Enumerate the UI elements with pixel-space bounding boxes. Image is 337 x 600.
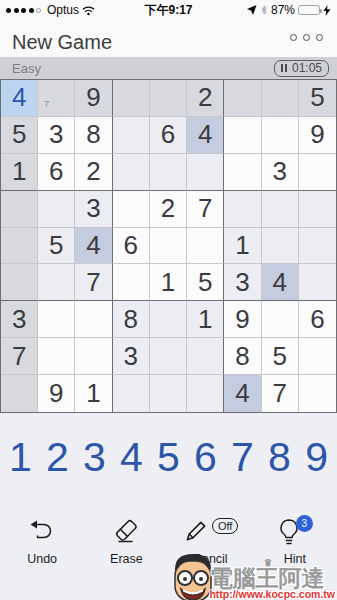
given-digit: 4	[235, 378, 249, 409]
given-digit: 7	[86, 267, 100, 298]
cell-r3c1[interactable]: 1	[1, 154, 38, 191]
options-menu-button[interactable]	[290, 34, 323, 41]
status-time: 下午9:17	[0, 2, 337, 19]
given-digit: 9	[49, 378, 63, 409]
cell-r1c2[interactable]: 7	[38, 80, 75, 117]
cell-r1c9[interactable]: 5	[299, 80, 336, 117]
user-digit: 4	[12, 82, 26, 113]
cell-r3c6[interactable]	[187, 154, 224, 191]
cell-r9c2[interactable]: 9	[38, 375, 75, 412]
battery-icon	[298, 5, 320, 15]
pause-icon	[281, 64, 287, 72]
cell-r6c1[interactable]	[1, 264, 38, 301]
numpad-7[interactable]: 7	[231, 437, 254, 478]
cell-r8c3[interactable]	[75, 338, 112, 375]
given-digit: 3	[49, 119, 63, 150]
erase-icon	[112, 518, 140, 545]
given-digit: 8	[235, 341, 249, 372]
cell-r9c8[interactable]: 7	[262, 375, 299, 412]
cell-r7c5[interactable]	[150, 301, 187, 338]
cell-r7c8[interactable]	[262, 301, 299, 338]
cell-r5c2[interactable]: 5	[38, 228, 75, 265]
cell-r9c7[interactable]: 4	[224, 375, 261, 412]
given-digit: 9	[235, 304, 249, 335]
cell-r9c9[interactable]	[299, 375, 336, 412]
cell-r5c3[interactable]: 4	[75, 228, 112, 265]
given-digit: 1	[12, 156, 26, 187]
hint-count-badge: 3	[296, 515, 313, 532]
cell-r7c7[interactable]: 9	[224, 301, 261, 338]
given-digit: 5	[272, 341, 286, 372]
given-digit: 1	[198, 304, 212, 335]
cell-r9c5[interactable]	[150, 375, 187, 412]
nav-bar: New Game	[0, 20, 337, 57]
cell-r2c6[interactable]: 4	[187, 117, 224, 154]
undo-icon	[28, 518, 56, 542]
pencil-icon	[183, 518, 209, 544]
undo-label: Undo	[27, 552, 57, 566]
cell-r5c5[interactable]	[150, 228, 187, 265]
site-watermark: ♛ 電腦王阿達 http://www.kocpc.com.tw	[168, 551, 335, 600]
cell-r1c3[interactable]: 9	[75, 80, 112, 117]
cell-r4c9[interactable]	[299, 191, 336, 228]
cell-r1c5[interactable]	[150, 80, 187, 117]
given-digit: 2	[161, 193, 175, 224]
cell-r2c4[interactable]	[113, 117, 150, 154]
given-digit: 8	[124, 304, 138, 335]
cell-r1c6[interactable]: 2	[187, 80, 224, 117]
cell-r6c5[interactable]: 1	[150, 264, 187, 301]
cell-r2c3[interactable]: 8	[75, 117, 112, 154]
cell-r3c5[interactable]	[150, 154, 187, 191]
cell-r4c4[interactable]	[113, 191, 150, 228]
given-digit: 7	[272, 378, 286, 409]
page-title: New Game	[12, 31, 112, 54]
cell-r2c8[interactable]	[262, 117, 299, 154]
cell-r3c4[interactable]	[113, 154, 150, 191]
cell-r5c7[interactable]: 1	[224, 228, 261, 265]
cell-r5c8[interactable]	[262, 228, 299, 265]
cell-r8c6[interactable]	[187, 338, 224, 375]
difficulty-label: Easy	[12, 61, 41, 76]
given-digit: 6	[49, 156, 63, 187]
cell-r7c4[interactable]: 8	[113, 301, 150, 338]
erase-label: Erase	[110, 552, 143, 566]
given-digit: 3	[86, 193, 100, 224]
given-digit: 8	[86, 119, 100, 150]
cell-r1c1[interactable]: 4	[1, 80, 38, 117]
given-digit: 4	[272, 267, 286, 298]
timer-value: 01:05	[292, 61, 322, 75]
cell-r8c2[interactable]	[38, 338, 75, 375]
given-digit: 6	[310, 304, 324, 335]
cell-r6c7[interactable]: 3	[224, 264, 261, 301]
given-digit: 2	[86, 156, 100, 187]
numpad-8[interactable]: 8	[268, 437, 291, 478]
cell-r5c4[interactable]: 6	[113, 228, 150, 265]
erase-button[interactable]: Erase	[84, 518, 168, 566]
cell-r6c8[interactable]: 4	[262, 264, 299, 301]
cell-r8c8[interactable]: 5	[262, 338, 299, 375]
given-digit: 5	[12, 119, 26, 150]
cell-r9c3[interactable]: 1	[75, 375, 112, 412]
watermark-title: ♛ 電腦王阿達	[209, 566, 324, 591]
cell-r7c2[interactable]	[38, 301, 75, 338]
cell-r6c9[interactable]	[299, 264, 336, 301]
given-digit: 5	[310, 82, 324, 113]
cell-r1c4[interactable]	[113, 80, 150, 117]
cell-r9c6[interactable]	[187, 375, 224, 412]
cell-r5c9[interactable]	[299, 228, 336, 265]
given-digit: 3	[124, 341, 138, 372]
given-digit: 4	[86, 230, 100, 261]
cell-r2c7[interactable]	[224, 117, 261, 154]
cell-r2c2[interactable]: 3	[38, 117, 75, 154]
numpad-9[interactable]: 9	[305, 437, 328, 478]
cell-r3c8[interactable]: 3	[262, 154, 299, 191]
info-bar: Easy 01:05	[0, 57, 337, 79]
status-bar: Optus 下午9:17 87%	[0, 0, 337, 20]
numpad-2[interactable]: 2	[46, 437, 69, 478]
cell-r6c2[interactable]	[38, 264, 75, 301]
cell-r4c8[interactable]	[262, 191, 299, 228]
watermark-crown-icon: ♛	[263, 557, 272, 568]
cell-r1c8[interactable]	[262, 80, 299, 117]
pause-timer-button[interactable]: 01:05	[274, 60, 329, 77]
cell-r6c3[interactable]: 7	[75, 264, 112, 301]
cell-r4c2[interactable]	[38, 191, 75, 228]
cell-r8c4[interactable]: 3	[113, 338, 150, 375]
cell-r9c4[interactable]	[113, 375, 150, 412]
sudoku-board: 4792553864916233275461715343819673859147	[0, 79, 337, 413]
given-digit: 3	[235, 267, 249, 298]
numpad-5[interactable]: 5	[157, 437, 180, 478]
cell-r6c6[interactable]: 5	[187, 264, 224, 301]
pencil-mark: 7	[44, 99, 49, 109]
cell-r3c9[interactable]	[299, 154, 336, 191]
given-digit: 1	[161, 267, 175, 298]
cell-r8c1[interactable]: 7	[1, 338, 38, 375]
given-digit: 1	[86, 378, 100, 409]
cell-r3c7[interactable]	[224, 154, 261, 191]
numpad-3[interactable]: 3	[83, 437, 106, 478]
cell-r1c7[interactable]	[224, 80, 261, 117]
sudoku-app-screen: Optus 下午9:17 87% New Game	[0, 0, 337, 600]
cell-r5c6[interactable]	[187, 228, 224, 265]
given-digit: 6	[161, 119, 175, 150]
numpad-4[interactable]: 4	[120, 437, 143, 478]
cell-r7c1[interactable]: 3	[1, 301, 38, 338]
given-digit: 6	[124, 230, 138, 261]
given-digit: 4	[198, 119, 212, 150]
given-digit: 7	[12, 341, 26, 372]
cell-r4c7[interactable]	[224, 191, 261, 228]
cell-r2c9[interactable]: 9	[299, 117, 336, 154]
cell-r8c5[interactable]	[150, 338, 187, 375]
cell-r2c1[interactable]: 5	[1, 117, 38, 154]
given-digit: 3	[12, 304, 26, 335]
cell-r4c5[interactable]: 2	[150, 191, 187, 228]
number-pad: 123456789	[0, 437, 337, 478]
cell-r8c9[interactable]	[299, 338, 336, 375]
cell-r4c1[interactable]	[1, 191, 38, 228]
given-digit: 5	[49, 230, 63, 261]
given-digit: 3	[272, 156, 286, 187]
pencil-state-badge: Off	[212, 518, 238, 534]
given-digit: 1	[235, 230, 249, 261]
cell-r5c1[interactable]	[1, 228, 38, 265]
numpad-1[interactable]: 1	[9, 437, 32, 478]
cell-r7c3[interactable]	[75, 301, 112, 338]
cell-r7c6[interactable]: 1	[187, 301, 224, 338]
given-digit: 7	[198, 193, 212, 224]
undo-button[interactable]: Undo	[0, 518, 84, 566]
cell-r2c5[interactable]: 6	[150, 117, 187, 154]
numpad-6[interactable]: 6	[194, 437, 217, 478]
cell-r8c7[interactable]: 8	[224, 338, 261, 375]
cell-r3c3[interactable]: 2	[75, 154, 112, 191]
cell-r4c6[interactable]: 7	[187, 191, 224, 228]
given-digit: 2	[198, 82, 212, 113]
cell-r3c2[interactable]: 6	[38, 154, 75, 191]
given-digit: 9	[310, 119, 324, 150]
given-digit: 5	[198, 267, 212, 298]
cell-r4c3[interactable]: 3	[75, 191, 112, 228]
cell-r6c4[interactable]	[113, 264, 150, 301]
cell-r9c1[interactable]	[1, 375, 38, 412]
given-digit: 9	[86, 82, 100, 113]
cell-r7c9[interactable]: 6	[299, 301, 336, 338]
